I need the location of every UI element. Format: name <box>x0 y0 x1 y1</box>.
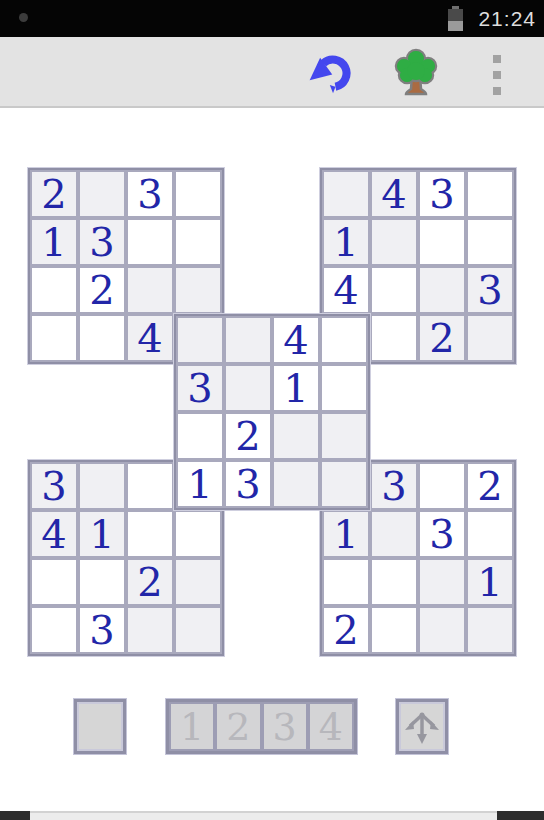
cell-top-right-r0c0[interactable] <box>322 170 370 218</box>
cell-top-left-r1c0[interactable]: 1 <box>30 218 78 266</box>
status-bar: 21:24 <box>0 0 544 37</box>
cell-bottom-right-r1c0[interactable]: 1 <box>322 510 370 558</box>
cell-bottom-left-r3c1[interactable]: 3 <box>78 606 126 654</box>
cell-top-right-r0c1[interactable]: 4 <box>370 170 418 218</box>
undo-button[interactable] <box>303 47 355 99</box>
cell-bottom-right-r1c2[interactable]: 3 <box>418 510 466 558</box>
cell-top-left-r3c2[interactable]: 4 <box>126 314 174 362</box>
cell-top-right-r1c2[interactable] <box>418 218 466 266</box>
cell-center-r1c1[interactable] <box>224 364 272 412</box>
cell-center-r1c3[interactable] <box>320 364 368 412</box>
cell-center-r2c1[interactable]: 2 <box>224 412 272 460</box>
overflow-menu-button[interactable] <box>487 55 507 99</box>
cell-bottom-left-r1c3[interactable] <box>174 510 222 558</box>
cell-bottom-right-r2c1[interactable] <box>370 558 418 606</box>
cell-center-r3c0[interactable]: 1 <box>176 460 224 508</box>
undo-arrow-icon <box>303 48 355 98</box>
digit-button-1[interactable]: 1 <box>169 702 215 751</box>
bottom-edge-strip <box>0 811 544 820</box>
sudoku-board: 231324431432314123321312431213 <box>28 168 516 656</box>
battery-icon <box>448 6 463 31</box>
cell-bottom-left-r1c1[interactable]: 1 <box>78 510 126 558</box>
notification-dot <box>19 13 28 22</box>
cell-bottom-right-r1c3[interactable] <box>466 510 514 558</box>
cell-top-right-r0c3[interactable] <box>466 170 514 218</box>
pencil-mode-button[interactable] <box>396 699 448 754</box>
digit-button-3[interactable]: 3 <box>262 702 308 751</box>
cell-top-right-r1c3[interactable] <box>466 218 514 266</box>
cell-bottom-right-r2c2[interactable] <box>418 558 466 606</box>
cell-bottom-left-r0c0[interactable]: 3 <box>30 462 78 510</box>
cell-top-right-r1c0[interactable]: 1 <box>322 218 370 266</box>
cell-center-r2c2[interactable] <box>272 412 320 460</box>
cell-bottom-left-r0c1[interactable] <box>78 462 126 510</box>
cell-center-r0c0[interactable] <box>176 316 224 364</box>
cell-bottom-left-r2c2[interactable]: 2 <box>126 558 174 606</box>
cell-bottom-left-r2c1[interactable] <box>78 558 126 606</box>
cell-bottom-right-r0c2[interactable] <box>418 462 466 510</box>
cell-center-r3c3[interactable] <box>320 460 368 508</box>
cell-bottom-right-r3c1[interactable] <box>370 606 418 654</box>
cell-top-left-r2c0[interactable] <box>30 266 78 314</box>
cell-top-right-r3c3[interactable] <box>466 314 514 362</box>
cell-center-r0c1[interactable] <box>224 316 272 364</box>
cell-top-right-r2c1[interactable] <box>370 266 418 314</box>
cell-center-r0c2[interactable]: 4 <box>272 316 320 364</box>
tree-icon <box>391 47 441 99</box>
cell-bottom-left-r3c3[interactable] <box>174 606 222 654</box>
cell-bottom-right-r2c3[interactable]: 1 <box>466 558 514 606</box>
cell-center-r3c2[interactable] <box>272 460 320 508</box>
cell-bottom-right-r3c3[interactable] <box>466 606 514 654</box>
cell-bottom-right-r1c1[interactable] <box>370 510 418 558</box>
overflow-menu-icon <box>493 55 501 63</box>
cell-bottom-right-r3c2[interactable] <box>418 606 466 654</box>
new-game-button[interactable] <box>390 47 442 99</box>
cell-center-r3c1[interactable]: 3 <box>224 460 272 508</box>
cell-top-right-r2c0[interactable]: 4 <box>322 266 370 314</box>
cell-bottom-right-r2c0[interactable] <box>322 558 370 606</box>
cell-top-right-r2c2[interactable] <box>418 266 466 314</box>
cell-bottom-left-r1c2[interactable] <box>126 510 174 558</box>
cell-center-r1c2[interactable]: 1 <box>272 364 320 412</box>
cell-top-left-r2c3[interactable] <box>174 266 222 314</box>
cell-top-right-r1c1[interactable] <box>370 218 418 266</box>
cell-top-left-r3c1[interactable] <box>78 314 126 362</box>
cell-bottom-left-r3c0[interactable] <box>30 606 78 654</box>
cell-top-left-r1c2[interactable] <box>126 218 174 266</box>
cell-bottom-right-r0c1[interactable]: 3 <box>370 462 418 510</box>
cell-center-r2c0[interactable] <box>176 412 224 460</box>
cell-top-right-r3c1[interactable] <box>370 314 418 362</box>
cell-top-left-r0c0[interactable]: 2 <box>30 170 78 218</box>
cell-center-r2c3[interactable] <box>320 412 368 460</box>
cell-top-left-r2c1[interactable]: 2 <box>78 266 126 314</box>
cell-top-right-r3c2[interactable]: 2 <box>418 314 466 362</box>
digit-button-4[interactable]: 4 <box>308 702 354 751</box>
toolbar <box>0 37 544 108</box>
cell-center-r1c0[interactable]: 3 <box>176 364 224 412</box>
status-clock: 21:24 <box>478 7 536 31</box>
cell-top-left-r1c1[interactable]: 3 <box>78 218 126 266</box>
cell-top-left-r0c1[interactable] <box>78 170 126 218</box>
digit-button-2[interactable]: 2 <box>215 702 261 751</box>
cell-top-left-r3c0[interactable] <box>30 314 78 362</box>
clear-cell-button[interactable] <box>74 699 126 754</box>
cell-top-left-r0c2[interactable]: 3 <box>126 170 174 218</box>
cell-bottom-right-r0c3[interactable]: 2 <box>466 462 514 510</box>
cell-bottom-left-r2c3[interactable] <box>174 558 222 606</box>
cell-top-left-r2c2[interactable] <box>126 266 174 314</box>
cell-bottom-left-r1c0[interactable]: 4 <box>30 510 78 558</box>
digit-pad: 1 2 3 4 <box>166 699 357 754</box>
cell-bottom-left-r2c0[interactable] <box>30 558 78 606</box>
directions-arrows-icon <box>401 706 443 748</box>
app-screen: 21:24 <box>0 0 544 820</box>
cell-bottom-right-r3c0[interactable]: 2 <box>322 606 370 654</box>
cell-top-right-r2c3[interactable]: 3 <box>466 266 514 314</box>
cell-top-left-r1c3[interactable] <box>174 218 222 266</box>
cell-top-right-r0c2[interactable]: 3 <box>418 170 466 218</box>
cell-bottom-left-r3c2[interactable] <box>126 606 174 654</box>
grid-center: 431213 <box>174 314 370 510</box>
cell-top-left-r0c3[interactable] <box>174 170 222 218</box>
cell-center-r0c3[interactable] <box>320 316 368 364</box>
cell-bottom-left-r0c2[interactable] <box>126 462 174 510</box>
